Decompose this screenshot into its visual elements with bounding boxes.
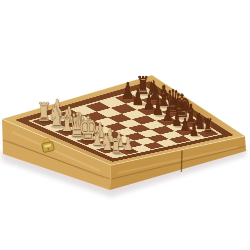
clasp-and-piece-shadows: [0, 0, 250, 250]
brass-clasp-icon: [41, 138, 54, 153]
chess-set-product-photo: ♜♟♞♟♝♟♛♟♚♟♟♜♝♟♟♞♞♟♟♝♜♟♟♛♟♚♟♝♟♞♟♜: [0, 0, 250, 250]
